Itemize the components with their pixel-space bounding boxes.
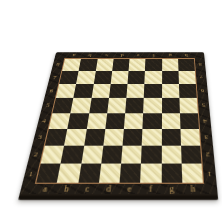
square-c6[interactable] bbox=[91, 84, 110, 98]
square-h1[interactable] bbox=[181, 163, 202, 182]
square-g5[interactable] bbox=[162, 98, 180, 113]
square-e8[interactable] bbox=[129, 59, 146, 71]
square-f8[interactable] bbox=[145, 59, 162, 71]
square-c4[interactable] bbox=[86, 113, 107, 129]
photo-background: abcdefgh abcdefgh 12345678 12345678 bbox=[0, 0, 222, 222]
square-d2[interactable] bbox=[101, 145, 123, 163]
file-label-h: h bbox=[178, 52, 194, 58]
file-label-c: c bbox=[97, 52, 114, 58]
rank-label-3: 3 bbox=[200, 129, 213, 146]
file-labels-top: abcdefgh bbox=[65, 52, 194, 58]
square-f3[interactable] bbox=[142, 129, 161, 146]
rank-label-5: 5 bbox=[198, 98, 210, 113]
file-label-g: g bbox=[161, 184, 182, 194]
file-label-a: a bbox=[65, 52, 82, 58]
square-h2[interactable] bbox=[181, 145, 202, 163]
square-f1[interactable] bbox=[140, 163, 161, 182]
file-label-e: e bbox=[119, 184, 141, 194]
square-c3[interactable] bbox=[84, 129, 105, 146]
square-e6[interactable] bbox=[126, 84, 144, 98]
square-d6[interactable] bbox=[109, 84, 128, 98]
rank-label-4: 4 bbox=[199, 113, 211, 129]
file-labels-bottom: abcdefgh bbox=[34, 184, 204, 194]
square-h8[interactable] bbox=[178, 59, 195, 71]
file-label-e: e bbox=[130, 52, 146, 58]
square-c5[interactable] bbox=[89, 98, 109, 113]
square-e3[interactable] bbox=[123, 129, 143, 146]
square-h4[interactable] bbox=[180, 113, 199, 129]
file-label-a: a bbox=[34, 184, 57, 194]
file-label-f: f bbox=[140, 184, 161, 194]
square-g8[interactable] bbox=[162, 59, 179, 71]
rank-label-1: 1 bbox=[203, 164, 217, 184]
file-label-b: b bbox=[55, 184, 78, 194]
square-c7[interactable] bbox=[93, 71, 112, 84]
square-f4[interactable] bbox=[143, 113, 162, 129]
square-d5[interactable] bbox=[107, 98, 126, 113]
square-d1[interactable] bbox=[99, 163, 121, 182]
rank-label-2: 2 bbox=[201, 146, 214, 164]
file-label-g: g bbox=[162, 52, 178, 58]
rank-label-7: 7 bbox=[196, 71, 207, 84]
file-label-d: d bbox=[113, 52, 130, 58]
square-g7[interactable] bbox=[162, 71, 179, 84]
square-e7[interactable] bbox=[127, 71, 145, 84]
square-e5[interactable] bbox=[125, 98, 144, 113]
square-g3[interactable] bbox=[161, 129, 180, 146]
square-d8[interactable] bbox=[112, 59, 130, 71]
square-d4[interactable] bbox=[105, 113, 125, 129]
chess-board: abcdefgh abcdefgh 12345678 12345678 bbox=[18, 52, 218, 199]
square-f7[interactable] bbox=[145, 71, 162, 84]
square-c2[interactable] bbox=[81, 145, 103, 163]
board-side-edge bbox=[18, 194, 218, 200]
square-d3[interactable] bbox=[103, 129, 124, 146]
rank-label-8: 8 bbox=[195, 58, 206, 70]
square-g1[interactable] bbox=[161, 163, 182, 182]
square-c8[interactable] bbox=[95, 59, 113, 71]
square-h5[interactable] bbox=[179, 98, 198, 113]
square-e4[interactable] bbox=[124, 113, 143, 129]
square-h3[interactable] bbox=[180, 129, 200, 146]
square-h6[interactable] bbox=[179, 84, 197, 98]
square-f2[interactable] bbox=[141, 145, 161, 163]
file-label-f: f bbox=[146, 52, 162, 58]
square-g4[interactable] bbox=[161, 113, 180, 129]
square-f5[interactable] bbox=[143, 98, 161, 113]
board-squares bbox=[35, 58, 204, 184]
file-label-h: h bbox=[182, 184, 204, 194]
square-g6[interactable] bbox=[162, 84, 180, 98]
file-label-c: c bbox=[76, 184, 98, 194]
square-f6[interactable] bbox=[144, 84, 162, 98]
rank-label-6: 6 bbox=[197, 84, 209, 98]
square-d7[interactable] bbox=[110, 71, 128, 84]
square-h7[interactable] bbox=[178, 71, 196, 84]
square-e2[interactable] bbox=[121, 145, 142, 163]
square-e1[interactable] bbox=[120, 163, 142, 182]
file-label-d: d bbox=[97, 184, 119, 194]
file-label-b: b bbox=[81, 52, 98, 58]
square-c1[interactable] bbox=[78, 163, 101, 182]
square-g2[interactable] bbox=[161, 145, 181, 163]
